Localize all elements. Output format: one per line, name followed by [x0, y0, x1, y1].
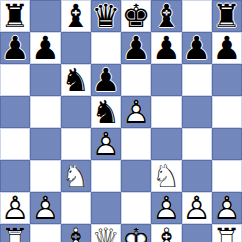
white-rook-fill: ♜: [1, 224, 30, 242]
square-f8[interactable]: ♝: [151, 0, 181, 32]
white-knight-fill: ♞: [61, 160, 90, 192]
square-f6[interactable]: [151, 64, 181, 96]
square-h8[interactable]: ♜: [212, 0, 242, 32]
white-pawn-fill: ♟: [1, 192, 30, 224]
piece-black-pawn: ♟: [212, 32, 242, 64]
piece-black-pawn: ♟: [182, 32, 212, 64]
square-h7[interactable]: ♟: [212, 32, 242, 64]
white-pawn-fill: ♟: [31, 192, 60, 224]
piece-black-pawn: ♟: [30, 32, 60, 64]
piece-black-bishop: ♝: [61, 0, 91, 32]
white-queen-outline: ♕: [92, 224, 121, 242]
square-f3[interactable]: ♞♘: [151, 160, 181, 192]
black-pawn-glyph: ♟: [182, 32, 211, 64]
square-f2[interactable]: ♟♙: [151, 192, 181, 224]
square-b2[interactable]: ♟♙: [30, 192, 60, 224]
square-h4[interactable]: [212, 128, 242, 160]
square-c5[interactable]: [61, 96, 91, 128]
piece-black-king: ♚: [121, 0, 151, 32]
white-pawn-fill: ♟: [92, 128, 121, 160]
piece-white-pawn: ♟♙: [121, 96, 151, 128]
square-f7[interactable]: ♟: [151, 32, 181, 64]
black-pawn-glyph: ♟: [152, 32, 181, 64]
piece-black-knight: ♞: [61, 64, 91, 96]
square-g7[interactable]: ♟: [182, 32, 212, 64]
square-h1[interactable]: ♜♖: [212, 224, 242, 242]
white-pawn-outline: ♙: [31, 192, 60, 224]
square-b6[interactable]: [30, 64, 60, 96]
square-c3[interactable]: ♞♘: [61, 160, 91, 192]
piece-black-rook: ♜: [0, 0, 30, 32]
white-knight-outline: ♘: [152, 160, 181, 192]
white-rook-outline: ♖: [213, 224, 242, 242]
white-bishop-outline: ♗: [152, 224, 181, 242]
white-king-outline: ♔: [122, 224, 151, 242]
white-knight-fill: ♞: [152, 160, 181, 192]
black-king-glyph: ♚: [122, 0, 151, 32]
square-d3[interactable]: [91, 160, 121, 192]
square-g4[interactable]: [182, 128, 212, 160]
square-c7[interactable]: [61, 32, 91, 64]
piece-black-rook: ♜: [212, 0, 242, 32]
black-queen-glyph: ♛: [92, 0, 121, 32]
black-bishop-glyph: ♝: [61, 0, 90, 32]
square-a8[interactable]: ♜: [0, 0, 30, 32]
square-a2[interactable]: ♟♙: [0, 192, 30, 224]
square-b8[interactable]: [30, 0, 60, 32]
white-queen-fill: ♛: [92, 224, 121, 242]
square-g8[interactable]: [182, 0, 212, 32]
square-c4[interactable]: [61, 128, 91, 160]
square-g2[interactable]: ♟♙: [182, 192, 212, 224]
square-f5[interactable]: [151, 96, 181, 128]
piece-white-pawn: ♟♙: [0, 192, 30, 224]
white-bishop-fill: ♝: [61, 224, 90, 242]
black-bishop-glyph: ♝: [152, 0, 181, 32]
square-h3[interactable]: [212, 160, 242, 192]
square-c8[interactable]: ♝: [61, 0, 91, 32]
square-d1[interactable]: ♛♕: [91, 224, 121, 242]
white-pawn-outline: ♙: [1, 192, 30, 224]
square-h5[interactable]: [212, 96, 242, 128]
black-pawn-glyph: ♟: [92, 64, 121, 96]
square-d7[interactable]: [91, 32, 121, 64]
square-b4[interactable]: [30, 128, 60, 160]
square-e4[interactable]: [121, 128, 151, 160]
piece-black-pawn: ♟: [0, 32, 30, 64]
square-a3[interactable]: [0, 160, 30, 192]
square-d6[interactable]: ♟: [91, 64, 121, 96]
square-h6[interactable]: [212, 64, 242, 96]
white-bishop-fill: ♝: [152, 224, 181, 242]
white-pawn-fill: ♟: [213, 192, 242, 224]
white-bishop-outline: ♗: [61, 224, 90, 242]
square-g5[interactable]: [182, 96, 212, 128]
square-e2[interactable]: [121, 192, 151, 224]
square-b5[interactable]: [30, 96, 60, 128]
black-rook-glyph: ♜: [1, 0, 30, 32]
square-g6[interactable]: [182, 64, 212, 96]
black-pawn-glyph: ♟: [213, 32, 242, 64]
black-pawn-glyph: ♟: [122, 32, 151, 64]
black-pawn-glyph: ♟: [1, 32, 30, 64]
square-c1[interactable]: ♝♗: [61, 224, 91, 242]
white-pawn-fill: ♟: [122, 96, 151, 128]
white-pawn-outline: ♙: [122, 96, 151, 128]
white-pawn-fill: ♟: [152, 192, 181, 224]
square-f4[interactable]: [151, 128, 181, 160]
square-a1[interactable]: ♜♖: [0, 224, 30, 242]
piece-white-knight: ♞♘: [151, 160, 181, 192]
square-g1[interactable]: [182, 224, 212, 242]
piece-white-rook: ♜♖: [0, 224, 30, 242]
white-rook-fill: ♜: [213, 224, 242, 242]
piece-white-pawn: ♟♙: [91, 128, 121, 160]
piece-white-bishop: ♝♗: [61, 224, 91, 242]
piece-white-pawn: ♟♙: [30, 192, 60, 224]
square-e7[interactable]: ♟: [121, 32, 151, 64]
piece-black-bishop: ♝: [151, 0, 181, 32]
square-d5[interactable]: ♞: [91, 96, 121, 128]
piece-white-knight: ♞♘: [61, 160, 91, 192]
square-a5[interactable]: [0, 96, 30, 128]
piece-white-pawn: ♟♙: [182, 192, 212, 224]
square-e6[interactable]: [121, 64, 151, 96]
piece-black-pawn: ♟: [151, 32, 181, 64]
piece-black-knight: ♞: [91, 96, 121, 128]
white-pawn-outline: ♙: [92, 128, 121, 160]
square-b3[interactable]: [30, 160, 60, 192]
square-g3[interactable]: [182, 160, 212, 192]
square-d8[interactable]: ♛: [91, 0, 121, 32]
square-e5[interactable]: ♟♙: [121, 96, 151, 128]
black-rook-glyph: ♜: [213, 0, 242, 32]
piece-white-pawn: ♟♙: [212, 192, 242, 224]
square-h2[interactable]: ♟♙: [212, 192, 242, 224]
white-knight-outline: ♘: [61, 160, 90, 192]
square-d4[interactable]: ♟♙: [91, 128, 121, 160]
piece-white-rook: ♜♖: [212, 224, 242, 242]
white-pawn-outline: ♙: [182, 192, 211, 224]
square-f1[interactable]: ♝♗: [151, 224, 181, 242]
piece-white-king: ♚♔: [121, 224, 151, 242]
white-pawn-outline: ♙: [152, 192, 181, 224]
square-c2[interactable]: [61, 192, 91, 224]
piece-white-pawn: ♟♙: [151, 192, 181, 224]
square-d2[interactable]: [91, 192, 121, 224]
white-rook-outline: ♖: [1, 224, 30, 242]
square-e3[interactable]: [121, 160, 151, 192]
piece-black-pawn: ♟: [121, 32, 151, 64]
piece-white-queen: ♛♕: [91, 224, 121, 242]
square-a4[interactable]: [0, 128, 30, 160]
square-e1[interactable]: ♚♔: [121, 224, 151, 242]
black-knight-glyph: ♞: [61, 64, 90, 96]
chess-board: ♜♝♛♚♝♜♟♟♟♟♟♟♞♟♞♟♙♟♙♞♘♞♘♟♙♟♙♟♙♟♙♟♙♜♖♝♗♛♕♚…: [0, 0, 242, 242]
square-c6[interactable]: ♞: [61, 64, 91, 96]
square-b1[interactable]: [30, 224, 60, 242]
black-pawn-glyph: ♟: [31, 32, 60, 64]
square-a6[interactable]: [0, 64, 30, 96]
square-e8[interactable]: ♚: [121, 0, 151, 32]
piece-white-bishop: ♝♗: [151, 224, 181, 242]
white-pawn-outline: ♙: [213, 192, 242, 224]
piece-black-pawn: ♟: [91, 64, 121, 96]
square-b7[interactable]: ♟: [30, 32, 60, 64]
white-pawn-fill: ♟: [182, 192, 211, 224]
piece-black-queen: ♛: [91, 0, 121, 32]
black-knight-glyph: ♞: [92, 96, 121, 128]
white-king-fill: ♚: [122, 224, 151, 242]
square-a7[interactable]: ♟: [0, 32, 30, 64]
